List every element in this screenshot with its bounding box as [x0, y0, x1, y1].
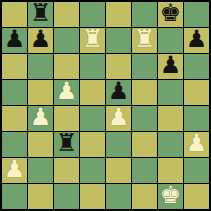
square-g7[interactable] [158, 28, 183, 53]
black-pawn[interactable]: ♟ [30, 28, 52, 52]
square-a6[interactable] [2, 54, 27, 79]
square-b4[interactable]: ♟ [28, 106, 53, 131]
square-h8[interactable] [184, 2, 209, 27]
square-b6[interactable] [28, 54, 53, 79]
square-a1[interactable] [2, 184, 27, 209]
white-rook[interactable]: ♜ [82, 28, 104, 52]
square-c5[interactable]: ♟ [54, 80, 79, 105]
square-c1[interactable] [54, 184, 79, 209]
square-h4[interactable] [184, 106, 209, 131]
square-f7[interactable]: ♜ [132, 28, 157, 53]
black-pawn[interactable]: ♟ [160, 54, 182, 78]
square-d8[interactable] [80, 2, 105, 27]
square-e8[interactable] [106, 2, 131, 27]
square-h7[interactable]: ♟ [184, 28, 209, 53]
square-f4[interactable] [132, 106, 157, 131]
screenshot-stage: ♜♚♟♟♜♜♟♟♟♟♟♟♜♟♟♚ [0, 0, 211, 211]
square-d4[interactable] [80, 106, 105, 131]
square-e7[interactable] [106, 28, 131, 53]
square-b1[interactable] [28, 184, 53, 209]
square-g8[interactable]: ♚ [158, 2, 183, 27]
square-f1[interactable] [132, 184, 157, 209]
square-g6[interactable]: ♟ [158, 54, 183, 79]
black-pawn[interactable]: ♟ [186, 28, 208, 52]
square-c4[interactable] [54, 106, 79, 131]
square-g4[interactable] [158, 106, 183, 131]
white-pawn[interactable]: ♟ [4, 158, 26, 182]
square-f8[interactable] [132, 2, 157, 27]
square-f6[interactable] [132, 54, 157, 79]
square-d3[interactable] [80, 132, 105, 157]
square-f3[interactable] [132, 132, 157, 157]
square-g3[interactable] [158, 132, 183, 157]
square-e5[interactable]: ♟ [106, 80, 131, 105]
square-d7[interactable]: ♜ [80, 28, 105, 53]
square-e4[interactable]: ♟ [106, 106, 131, 131]
square-c3[interactable]: ♜ [54, 132, 79, 157]
square-a5[interactable] [2, 80, 27, 105]
white-pawn[interactable]: ♟ [108, 106, 130, 130]
square-b7[interactable]: ♟ [28, 28, 53, 53]
square-b2[interactable] [28, 158, 53, 183]
square-h6[interactable] [184, 54, 209, 79]
white-pawn[interactable]: ♟ [56, 80, 78, 104]
black-rook[interactable]: ♜ [56, 132, 78, 156]
square-d1[interactable] [80, 184, 105, 209]
square-a2[interactable]: ♟ [2, 158, 27, 183]
square-d5[interactable] [80, 80, 105, 105]
square-c8[interactable] [54, 2, 79, 27]
square-c7[interactable] [54, 28, 79, 53]
square-e3[interactable] [106, 132, 131, 157]
square-a8[interactable] [2, 2, 27, 27]
square-h2[interactable] [184, 158, 209, 183]
white-king[interactable]: ♚ [160, 184, 182, 208]
square-g5[interactable] [158, 80, 183, 105]
square-a3[interactable] [2, 132, 27, 157]
square-a7[interactable]: ♟ [2, 28, 27, 53]
black-pawn[interactable]: ♟ [108, 80, 130, 104]
square-a4[interactable] [2, 106, 27, 131]
square-g1[interactable]: ♚ [158, 184, 183, 209]
black-rook[interactable]: ♜ [30, 2, 52, 26]
square-h5[interactable] [184, 80, 209, 105]
square-h1[interactable] [184, 184, 209, 209]
square-e1[interactable] [106, 184, 131, 209]
chess-board: ♜♚♟♟♜♜♟♟♟♟♟♟♜♟♟♚ [0, 0, 211, 211]
black-pawn[interactable]: ♟ [4, 28, 26, 52]
square-e2[interactable] [106, 158, 131, 183]
square-b3[interactable] [28, 132, 53, 157]
square-h3[interactable]: ♟ [184, 132, 209, 157]
square-f2[interactable] [132, 158, 157, 183]
square-d2[interactable] [80, 158, 105, 183]
square-d6[interactable] [80, 54, 105, 79]
square-c2[interactable] [54, 158, 79, 183]
square-c6[interactable] [54, 54, 79, 79]
square-e6[interactable] [106, 54, 131, 79]
black-king[interactable]: ♚ [160, 2, 182, 26]
white-pawn[interactable]: ♟ [186, 132, 208, 156]
square-b5[interactable] [28, 80, 53, 105]
square-b8[interactable]: ♜ [28, 2, 53, 27]
white-pawn[interactable]: ♟ [30, 106, 52, 130]
square-g2[interactable] [158, 158, 183, 183]
square-f5[interactable] [132, 80, 157, 105]
white-rook[interactable]: ♜ [134, 28, 156, 52]
